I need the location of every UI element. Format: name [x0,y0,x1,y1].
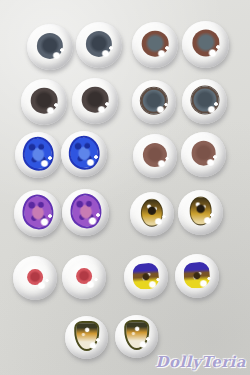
doll-eye [133,134,177,178]
doll-eye [130,192,174,236]
doll-eye [15,132,61,178]
specular-highlight [148,281,157,288]
specular-highlight-small [214,102,218,106]
doll-eye [72,78,118,124]
specular-highlight [40,218,49,226]
specular-highlight [88,217,97,225]
doll-eye [178,190,223,235]
doll-eye [13,256,57,300]
doll-eye [27,24,73,70]
doll-eye [65,316,108,359]
specular-highlight-small [60,48,64,52]
specular-highlight-small [48,156,52,160]
specular-highlight-small [146,337,150,340]
specular-highlight-small [105,102,109,106]
doll-eye [132,80,176,124]
doll-eye [76,22,122,68]
specular-highlight [207,106,216,113]
specular-highlight-small [165,157,169,161]
doll-eye [132,22,178,68]
specular-highlight-small [216,45,220,49]
specular-highlight-small [164,103,168,107]
specular-highlight [46,107,55,114]
doll-eye [62,255,106,299]
specular-highlight-small [96,338,100,341]
specular-highlight [208,49,217,57]
specular-highlight-small [165,46,169,50]
specular-highlight [156,106,165,113]
doll-eye [61,131,107,177]
doll-eye [124,255,168,299]
watermark: DollyTeria [156,353,246,371]
specular-highlight [86,281,95,288]
doll-eye [14,190,61,237]
specular-highlight [203,217,212,224]
doll-eye [62,189,109,236]
specular-highlight-small [162,215,166,219]
specular-highlight [139,341,148,348]
specular-highlight-small [207,277,211,281]
specular-highlight [37,282,46,289]
specular-highlight-small [156,278,160,282]
doll-eye [181,132,226,177]
doll-eye [21,79,67,125]
doll-eye [182,21,229,68]
doll-eye [182,79,227,124]
blue-butterfly-decal-right-iris [67,134,101,171]
specular-highlight-small [94,155,98,159]
specular-highlight [206,159,215,166]
specular-highlight [97,106,106,113]
doll-eye [175,254,219,298]
purple-butterfly-decal-right-iris [68,192,103,230]
doll-eyes-photo: DollyTeria [0,0,250,375]
specular-highlight-small [210,213,214,217]
specular-highlight [101,50,110,57]
specular-highlight-small [213,155,217,159]
specular-highlight [157,50,166,57]
specular-highlight [199,280,208,287]
blue-butterfly-decal-left-iris [21,135,55,172]
specular-highlight [157,160,166,167]
specular-highlight-small [54,103,58,107]
specular-highlight-small [109,46,113,50]
specular-highlight [154,218,163,225]
specular-highlight [89,342,98,349]
specular-highlight-small [94,278,98,282]
specular-highlight-small [45,279,49,283]
specular-highlight [52,52,61,59]
purple-butterfly-decal-left-iris [20,193,55,231]
doll-eye [115,315,158,358]
